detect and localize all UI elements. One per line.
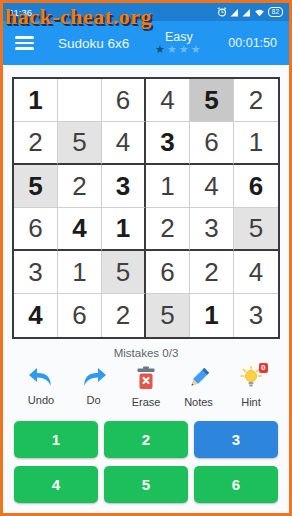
star-icon: ★ [155, 43, 167, 55]
cell-r2c1[interactable]: 2 [14, 122, 58, 165]
cell-r5c5[interactable]: 2 [190, 251, 234, 294]
cell-r4c4[interactable]: 2 [146, 208, 190, 251]
numpad-button-5[interactable]: 5 [104, 466, 188, 503]
cell-r6c5[interactable]: 1 [190, 294, 234, 337]
menu-icon[interactable] [15, 33, 34, 53]
star-icon: ★ [179, 43, 191, 55]
cell-r5c4[interactable]: 6 [146, 251, 190, 294]
numpad-button-3[interactable]: 3 [194, 421, 278, 458]
number-pad: 123456 [3, 408, 289, 503]
erase-label: Erase [132, 396, 161, 408]
battery-icon: 82 [268, 7, 283, 17]
cell-r2c6[interactable]: 1 [234, 122, 278, 165]
cell-r4c6[interactable]: 5 [234, 208, 278, 251]
hint-button[interactable]: 0 Hint [228, 366, 274, 408]
cell-r1c1[interactable]: 1 [14, 79, 58, 122]
notes-label: Notes [184, 396, 213, 408]
cell-r1c4[interactable]: 4 [146, 79, 190, 122]
sudoku-board: 16452254361523146641235315624462513 [12, 77, 280, 339]
status-icons: 82 [217, 3, 283, 21]
cell-r2c4[interactable]: 3 [146, 122, 190, 165]
cell-r5c6[interactable]: 4 [234, 251, 278, 294]
phone-screen: 11:36 82 Sudoku 6x6 Easy ★★★★ 00:01:50 [0, 0, 292, 516]
notes-button[interactable]: Notes [176, 366, 222, 408]
numpad-button-6[interactable]: 6 [194, 466, 278, 503]
redo-icon [79, 366, 109, 392]
cell-r2c5[interactable]: 6 [190, 122, 234, 165]
erase-button[interactable]: Erase [123, 366, 169, 408]
numpad-button-1[interactable]: 1 [14, 421, 98, 458]
cell-r1c5[interactable]: 5 [190, 79, 234, 122]
difficulty-block: Easy ★★★★ [155, 31, 203, 56]
timer: 00:01:50 [228, 36, 277, 50]
alarm-icon [217, 3, 227, 21]
cell-r3c3[interactable]: 3 [102, 165, 146, 208]
cell-r3c6[interactable]: 6 [234, 165, 278, 208]
cell-r4c1[interactable]: 6 [14, 208, 58, 251]
cell-r5c3[interactable]: 5 [102, 251, 146, 294]
cell-r3c2[interactable]: 2 [58, 165, 102, 208]
undo-icon [26, 366, 56, 392]
toolbar: Undo Do Erase [3, 359, 289, 408]
difficulty-stars: ★★★★ [155, 44, 203, 55]
cell-r6c1[interactable]: 4 [14, 294, 58, 337]
cell-r3c4[interactable]: 1 [146, 165, 190, 208]
undo-label: Undo [28, 394, 54, 406]
mistakes-counter: Mistakes 0/3 [3, 347, 289, 359]
wifi-icon [254, 3, 265, 21]
signal-icon [230, 3, 239, 21]
cell-r3c5[interactable]: 4 [190, 165, 234, 208]
cell-r4c2[interactable]: 4 [58, 208, 102, 251]
cell-r6c3[interactable]: 2 [102, 294, 146, 337]
redo-button[interactable]: Do [71, 366, 117, 408]
cell-r6c6[interactable]: 3 [234, 294, 278, 337]
cell-r1c2[interactable] [58, 79, 102, 122]
difficulty-label: Easy [155, 31, 203, 44]
cell-r2c3[interactable]: 4 [102, 122, 146, 165]
cell-r1c3[interactable]: 6 [102, 79, 146, 122]
erase-icon [134, 366, 158, 394]
cell-r5c2[interactable]: 1 [58, 251, 102, 294]
watermark: hack-cheat.org [5, 4, 152, 30]
cell-r2c2[interactable]: 5 [58, 122, 102, 165]
cell-r5c1[interactable]: 3 [14, 251, 58, 294]
signal2-icon [242, 3, 251, 21]
cell-r3c1[interactable]: 5 [14, 165, 58, 208]
cell-r6c2[interactable]: 6 [58, 294, 102, 337]
star-icon: ★ [167, 43, 179, 55]
cell-r4c3[interactable]: 1 [102, 208, 146, 251]
cell-r1c6[interactable]: 2 [234, 79, 278, 122]
numpad-button-4[interactable]: 4 [14, 466, 98, 503]
star-icon: ★ [191, 43, 203, 55]
redo-label: Do [86, 394, 100, 406]
page-title: Sudoku 6x6 [58, 36, 129, 51]
hint-badge: 0 [259, 363, 268, 373]
cell-r4c5[interactable]: 3 [190, 208, 234, 251]
undo-button[interactable]: Undo [18, 366, 64, 408]
hint-label: Hint [241, 396, 261, 408]
numpad-button-2[interactable]: 2 [104, 421, 188, 458]
cell-r6c4[interactable]: 5 [146, 294, 190, 337]
notes-icon [187, 366, 211, 394]
